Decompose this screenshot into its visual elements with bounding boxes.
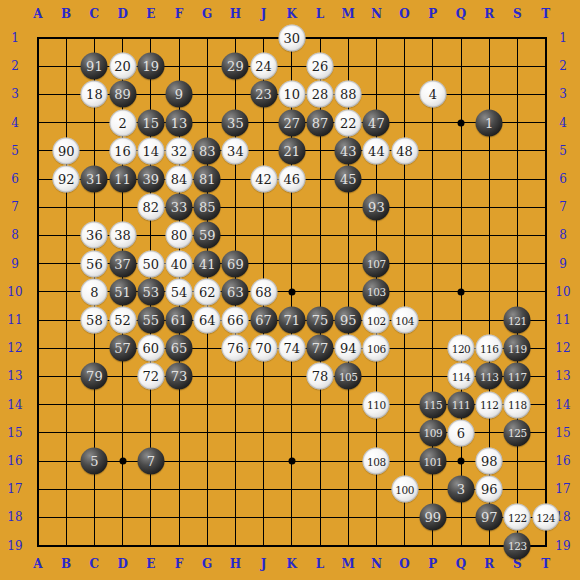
stone-white-16: 16 xyxy=(109,137,136,164)
stone-black-1: 1 xyxy=(476,109,503,136)
move-number: 89 xyxy=(114,87,131,102)
stone-black-73: 73 xyxy=(166,363,193,390)
stone-black-47: 47 xyxy=(363,109,390,136)
star-point-K16 xyxy=(288,458,295,465)
stone-white-44: 44 xyxy=(363,137,390,164)
stone-black-21: 21 xyxy=(278,137,305,164)
move-number: 41 xyxy=(199,256,216,271)
stone-black-91: 91 xyxy=(81,53,108,80)
move-number: 35 xyxy=(227,115,244,130)
move-number: 37 xyxy=(114,256,131,271)
stone-black-11: 11 xyxy=(109,166,136,193)
stone-white-58: 58 xyxy=(81,307,108,334)
row-label-left-5: 5 xyxy=(11,145,19,157)
move-number: 13 xyxy=(171,115,188,130)
col-label-bottom-D: D xyxy=(117,558,127,570)
stone-black-79: 79 xyxy=(81,363,108,390)
stone-black-77: 77 xyxy=(307,335,334,362)
move-number: 3 xyxy=(457,482,465,497)
stone-white-48: 48 xyxy=(391,137,418,164)
col-label-bottom-R: R xyxy=(484,558,494,570)
stone-black-117: 117 xyxy=(504,363,531,390)
move-number: 48 xyxy=(396,143,413,158)
move-number: 28 xyxy=(312,87,329,102)
row-label-left-18: 18 xyxy=(7,511,22,523)
stone-white-10: 10 xyxy=(278,81,305,108)
move-number: 122 xyxy=(508,511,527,523)
star-point-Q16 xyxy=(458,458,465,465)
move-number: 71 xyxy=(284,313,301,328)
star-point-K10 xyxy=(288,288,295,295)
move-number: 34 xyxy=(227,143,244,158)
move-number: 62 xyxy=(199,284,216,299)
col-label-top-L: L xyxy=(316,8,324,20)
col-label-top-M: M xyxy=(342,8,355,20)
move-number: 59 xyxy=(199,228,216,243)
move-number: 103 xyxy=(367,286,386,298)
stone-white-118: 118 xyxy=(504,391,531,418)
stone-black-71: 71 xyxy=(278,307,305,334)
move-number: 99 xyxy=(425,510,442,525)
stone-black-45: 45 xyxy=(335,166,362,193)
move-number: 118 xyxy=(508,399,527,411)
row-label-left-7: 7 xyxy=(11,201,19,213)
move-number: 120 xyxy=(452,342,471,354)
move-number: 53 xyxy=(143,284,160,299)
move-number: 85 xyxy=(199,200,216,215)
move-number: 54 xyxy=(171,284,188,299)
star-point-Q4 xyxy=(458,119,465,126)
col-label-bottom-O: O xyxy=(399,558,409,570)
col-label-top-H: H xyxy=(230,8,241,20)
row-label-right-7: 7 xyxy=(559,201,567,213)
move-number: 46 xyxy=(284,172,301,187)
move-number: 68 xyxy=(255,284,272,299)
move-number: 60 xyxy=(143,341,160,356)
move-number: 70 xyxy=(255,341,272,356)
row-label-right-2: 2 xyxy=(559,60,567,72)
row-label-left-9: 9 xyxy=(11,258,19,270)
stone-black-9: 9 xyxy=(166,81,193,108)
stone-white-30: 30 xyxy=(278,25,305,52)
stone-black-125: 125 xyxy=(504,419,531,446)
move-number: 115 xyxy=(424,399,443,411)
stone-black-93: 93 xyxy=(363,194,390,221)
col-label-top-A: A xyxy=(33,8,42,20)
move-number: 81 xyxy=(199,172,216,187)
stone-white-68: 68 xyxy=(250,278,277,305)
col-label-bottom-Q: Q xyxy=(456,558,466,570)
move-number: 42 xyxy=(255,172,272,187)
stone-white-124: 124 xyxy=(532,504,559,531)
move-number: 78 xyxy=(312,369,329,384)
star-point-Q10 xyxy=(458,288,465,295)
stone-white-4: 4 xyxy=(419,81,446,108)
row-label-left-17: 17 xyxy=(7,483,22,495)
stone-white-38: 38 xyxy=(109,222,136,249)
move-number: 76 xyxy=(227,341,244,356)
row-label-left-11: 11 xyxy=(7,314,22,326)
stone-white-74: 74 xyxy=(278,335,305,362)
col-label-top-F: F xyxy=(175,8,184,20)
row-label-right-15: 15 xyxy=(555,427,570,439)
row-label-right-6: 6 xyxy=(559,173,567,185)
move-number: 47 xyxy=(368,115,385,130)
stone-white-2: 2 xyxy=(109,109,136,136)
move-number: 91 xyxy=(86,59,103,74)
stone-black-83: 83 xyxy=(194,137,221,164)
stone-white-8: 8 xyxy=(81,278,108,305)
move-number: 38 xyxy=(114,228,131,243)
stone-black-65: 65 xyxy=(166,335,193,362)
stone-white-116: 116 xyxy=(476,335,503,362)
move-number: 106 xyxy=(367,342,386,354)
stone-white-20: 20 xyxy=(109,53,136,80)
row-label-left-2: 2 xyxy=(11,60,19,72)
col-label-top-R: R xyxy=(484,8,494,20)
stone-black-7: 7 xyxy=(137,448,164,475)
stone-white-88: 88 xyxy=(335,81,362,108)
move-number: 58 xyxy=(86,313,103,328)
row-label-left-15: 15 xyxy=(7,427,22,439)
row-label-left-6: 6 xyxy=(11,173,19,185)
move-number: 105 xyxy=(339,370,358,382)
stone-white-60: 60 xyxy=(137,335,164,362)
move-number: 19 xyxy=(143,59,160,74)
move-number: 22 xyxy=(340,115,357,130)
stone-white-50: 50 xyxy=(137,250,164,277)
move-number: 15 xyxy=(143,115,160,130)
stone-black-89: 89 xyxy=(109,81,136,108)
row-label-right-5: 5 xyxy=(559,145,567,157)
stone-black-113: 113 xyxy=(476,363,503,390)
stone-white-54: 54 xyxy=(166,278,193,305)
stone-black-61: 61 xyxy=(166,307,193,334)
move-number: 11 xyxy=(114,172,131,187)
move-number: 7 xyxy=(147,454,155,469)
stone-black-105: 105 xyxy=(335,363,362,390)
move-number: 67 xyxy=(255,313,272,328)
move-number: 2 xyxy=(118,115,126,130)
row-label-right-12: 12 xyxy=(555,342,570,354)
stone-white-24: 24 xyxy=(250,53,277,80)
row-label-left-16: 16 xyxy=(7,455,22,467)
col-label-top-P: P xyxy=(428,8,437,20)
col-label-bottom-K: K xyxy=(287,558,297,570)
row-label-right-9: 9 xyxy=(559,258,567,270)
move-number: 40 xyxy=(171,256,188,271)
stone-black-43: 43 xyxy=(335,137,362,164)
move-number: 20 xyxy=(114,59,131,74)
stone-black-85: 85 xyxy=(194,194,221,221)
move-number: 117 xyxy=(508,370,527,382)
stone-black-55: 55 xyxy=(137,307,164,334)
row-label-right-11: 11 xyxy=(555,314,570,326)
grid-line-h xyxy=(38,517,547,518)
stone-black-121: 121 xyxy=(504,307,531,334)
col-label-bottom-N: N xyxy=(371,558,382,570)
stone-white-64: 64 xyxy=(194,307,221,334)
move-number: 31 xyxy=(86,172,103,187)
move-number: 84 xyxy=(171,172,188,187)
move-number: 79 xyxy=(86,369,103,384)
stone-black-109: 109 xyxy=(419,419,446,446)
stone-white-114: 114 xyxy=(448,363,475,390)
stone-white-28: 28 xyxy=(307,81,334,108)
col-label-bottom-A: A xyxy=(33,558,42,570)
stone-black-95: 95 xyxy=(335,307,362,334)
stone-white-104: 104 xyxy=(391,307,418,334)
move-number: 72 xyxy=(143,369,160,384)
col-label-top-D: D xyxy=(117,8,127,20)
row-label-right-14: 14 xyxy=(555,399,570,411)
move-number: 125 xyxy=(508,427,527,439)
move-number: 4 xyxy=(429,87,437,102)
row-label-right-19: 19 xyxy=(555,540,570,552)
move-number: 114 xyxy=(452,370,471,382)
move-number: 66 xyxy=(227,313,244,328)
stone-white-42: 42 xyxy=(250,166,277,193)
move-number: 96 xyxy=(481,482,498,497)
row-label-left-13: 13 xyxy=(7,370,22,382)
move-number: 112 xyxy=(480,399,499,411)
stone-white-98: 98 xyxy=(476,448,503,475)
stone-black-31: 31 xyxy=(81,166,108,193)
move-number: 93 xyxy=(368,200,385,215)
stone-white-22: 22 xyxy=(335,109,362,136)
stone-black-41: 41 xyxy=(194,250,221,277)
stone-black-115: 115 xyxy=(419,391,446,418)
row-label-left-14: 14 xyxy=(7,399,22,411)
col-label-bottom-S: S xyxy=(513,558,522,570)
move-number: 29 xyxy=(227,59,244,74)
move-number: 111 xyxy=(452,399,471,411)
move-number: 23 xyxy=(255,87,272,102)
stone-black-59: 59 xyxy=(194,222,221,249)
stone-white-52: 52 xyxy=(109,307,136,334)
move-number: 113 xyxy=(480,370,499,382)
stone-white-102: 102 xyxy=(363,307,390,334)
move-number: 101 xyxy=(424,455,443,467)
row-label-right-17: 17 xyxy=(555,483,570,495)
move-number: 80 xyxy=(171,228,188,243)
stone-white-70: 70 xyxy=(250,335,277,362)
stone-black-107: 107 xyxy=(363,250,390,277)
move-number: 57 xyxy=(114,341,131,356)
stone-black-15: 15 xyxy=(137,109,164,136)
move-number: 102 xyxy=(367,314,386,326)
stone-white-100: 100 xyxy=(391,476,418,503)
col-label-bottom-G: G xyxy=(202,558,212,570)
move-number: 18 xyxy=(86,87,103,102)
star-point-D16 xyxy=(119,458,126,465)
row-label-right-16: 16 xyxy=(555,455,570,467)
col-label-top-T: T xyxy=(541,8,550,20)
move-number: 94 xyxy=(340,341,357,356)
move-number: 75 xyxy=(312,313,329,328)
stone-black-119: 119 xyxy=(504,335,531,362)
stone-black-99: 99 xyxy=(419,504,446,531)
stone-black-81: 81 xyxy=(194,166,221,193)
move-number: 107 xyxy=(367,258,386,270)
move-number: 26 xyxy=(312,59,329,74)
stone-white-26: 26 xyxy=(307,53,334,80)
stone-white-76: 76 xyxy=(222,335,249,362)
stone-black-57: 57 xyxy=(109,335,136,362)
col-label-top-G: G xyxy=(202,8,212,20)
stone-black-39: 39 xyxy=(137,166,164,193)
grid-line-v xyxy=(404,38,405,547)
stone-black-5: 5 xyxy=(81,448,108,475)
stone-black-13: 13 xyxy=(166,109,193,136)
move-number: 124 xyxy=(536,511,555,523)
move-number: 116 xyxy=(480,342,499,354)
col-label-top-N: N xyxy=(371,8,382,20)
move-number: 69 xyxy=(227,256,244,271)
move-number: 97 xyxy=(481,510,498,525)
stone-white-122: 122 xyxy=(504,504,531,531)
stone-white-80: 80 xyxy=(166,222,193,249)
stone-white-82: 82 xyxy=(137,194,164,221)
grid-line-v xyxy=(517,38,518,547)
col-label-top-O: O xyxy=(399,8,409,20)
stone-black-67: 67 xyxy=(250,307,277,334)
stone-white-96: 96 xyxy=(476,476,503,503)
move-number: 9 xyxy=(175,87,183,102)
col-label-top-S: S xyxy=(513,8,522,20)
stone-white-106: 106 xyxy=(363,335,390,362)
row-label-left-10: 10 xyxy=(7,286,22,298)
move-number: 109 xyxy=(424,427,443,439)
stone-black-69: 69 xyxy=(222,250,249,277)
goban: AABBCCDDEEFFGGHHJJKKLLMMNNOOPPQQRRSSTT11… xyxy=(0,0,580,580)
move-number: 27 xyxy=(284,115,301,130)
stone-white-84: 84 xyxy=(166,166,193,193)
move-number: 74 xyxy=(284,341,301,356)
col-label-top-B: B xyxy=(61,8,71,20)
move-number: 98 xyxy=(481,454,498,469)
move-number: 5 xyxy=(90,454,98,469)
stone-white-14: 14 xyxy=(137,137,164,164)
move-number: 30 xyxy=(284,31,301,46)
col-label-bottom-P: P xyxy=(428,558,437,570)
row-label-right-4: 4 xyxy=(559,117,567,129)
stone-black-75: 75 xyxy=(307,307,334,334)
move-number: 95 xyxy=(340,313,357,328)
stone-white-94: 94 xyxy=(335,335,362,362)
move-number: 8 xyxy=(90,284,98,299)
stone-white-62: 62 xyxy=(194,278,221,305)
stone-black-19: 19 xyxy=(137,53,164,80)
move-number: 33 xyxy=(171,200,188,215)
move-number: 119 xyxy=(508,342,527,354)
grid-line-h xyxy=(38,545,547,546)
move-number: 24 xyxy=(255,59,272,74)
stone-black-97: 97 xyxy=(476,504,503,531)
move-number: 63 xyxy=(227,284,244,299)
move-number: 65 xyxy=(171,341,188,356)
move-number: 10 xyxy=(284,87,301,102)
stone-black-35: 35 xyxy=(222,109,249,136)
col-label-top-J: J xyxy=(261,8,267,20)
stone-white-18: 18 xyxy=(81,81,108,108)
stone-white-72: 72 xyxy=(137,363,164,390)
col-label-top-K: K xyxy=(287,8,297,20)
stone-white-112: 112 xyxy=(476,391,503,418)
stone-black-111: 111 xyxy=(448,391,475,418)
stone-black-23: 23 xyxy=(250,81,277,108)
stone-black-103: 103 xyxy=(363,278,390,305)
row-label-right-3: 3 xyxy=(559,88,567,100)
move-number: 87 xyxy=(312,115,329,130)
stone-white-56: 56 xyxy=(81,250,108,277)
stone-white-32: 32 xyxy=(166,137,193,164)
col-label-bottom-M: M xyxy=(342,558,355,570)
move-number: 32 xyxy=(171,143,188,158)
row-label-left-19: 19 xyxy=(7,540,22,552)
col-label-top-Q: Q xyxy=(456,8,466,20)
move-number: 50 xyxy=(143,256,160,271)
move-number: 45 xyxy=(340,172,357,187)
stone-white-120: 120 xyxy=(448,335,475,362)
row-label-left-4: 4 xyxy=(11,117,19,129)
stone-black-123: 123 xyxy=(504,532,531,559)
stone-black-33: 33 xyxy=(166,194,193,221)
stone-black-53: 53 xyxy=(137,278,164,305)
move-number: 39 xyxy=(143,172,160,187)
stone-white-78: 78 xyxy=(307,363,334,390)
move-number: 73 xyxy=(171,369,188,384)
move-number: 52 xyxy=(114,313,131,328)
row-label-right-10: 10 xyxy=(555,286,570,298)
stone-white-108: 108 xyxy=(363,448,390,475)
stone-black-3: 3 xyxy=(448,476,475,503)
move-number: 100 xyxy=(395,483,414,495)
move-number: 108 xyxy=(367,455,386,467)
stone-white-110: 110 xyxy=(363,391,390,418)
move-number: 61 xyxy=(171,313,188,328)
stone-black-101: 101 xyxy=(419,448,446,475)
stone-black-87: 87 xyxy=(307,109,334,136)
row-label-left-12: 12 xyxy=(7,342,22,354)
row-label-left-1: 1 xyxy=(11,32,19,44)
stone-black-29: 29 xyxy=(222,53,249,80)
row-label-right-13: 13 xyxy=(555,370,570,382)
move-number: 90 xyxy=(58,143,75,158)
row-label-right-1: 1 xyxy=(559,32,567,44)
row-label-left-3: 3 xyxy=(11,88,19,100)
move-number: 55 xyxy=(143,313,160,328)
col-label-bottom-L: L xyxy=(316,558,324,570)
move-number: 14 xyxy=(143,143,160,158)
col-label-bottom-F: F xyxy=(175,558,184,570)
col-label-bottom-H: H xyxy=(230,558,241,570)
stone-black-37: 37 xyxy=(109,250,136,277)
col-label-bottom-C: C xyxy=(90,558,100,570)
stone-white-92: 92 xyxy=(53,166,80,193)
move-number: 121 xyxy=(508,314,527,326)
col-label-bottom-T: T xyxy=(541,558,550,570)
move-number: 77 xyxy=(312,341,329,356)
move-number: 83 xyxy=(199,143,216,158)
stone-white-90: 90 xyxy=(53,137,80,164)
move-number: 36 xyxy=(86,228,103,243)
col-label-bottom-E: E xyxy=(146,558,155,570)
col-label-top-C: C xyxy=(90,8,100,20)
move-number: 104 xyxy=(395,314,414,326)
move-number: 82 xyxy=(143,200,160,215)
stone-black-63: 63 xyxy=(222,278,249,305)
